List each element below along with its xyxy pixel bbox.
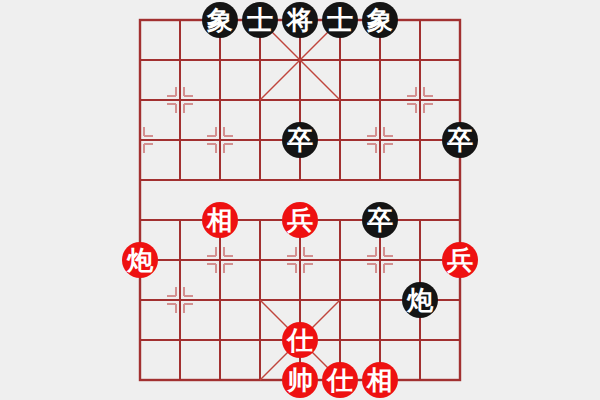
red-soldier[interactable]: 兵 xyxy=(442,242,478,278)
black-cannon[interactable]: 炮 xyxy=(402,282,438,318)
black-elephant[interactable]: 象 xyxy=(362,2,398,38)
red-elephant[interactable]: 相 xyxy=(202,202,238,238)
red-cannon[interactable]: 炮 xyxy=(122,242,158,278)
black-soldier[interactable]: 卒 xyxy=(282,122,318,158)
black-advisor[interactable]: 士 xyxy=(242,2,278,38)
red-general[interactable]: 帅 xyxy=(282,362,318,398)
xiangqi-app: 象士将士象卒卒相兵卒炮兵炮仕帅仕相 xyxy=(0,0,600,400)
red-advisor[interactable]: 仕 xyxy=(322,362,358,398)
black-advisor[interactable]: 士 xyxy=(322,2,358,38)
red-advisor[interactable]: 仕 xyxy=(282,322,318,358)
red-elephant[interactable]: 相 xyxy=(362,362,398,398)
black-soldier[interactable]: 卒 xyxy=(362,202,398,238)
black-soldier[interactable]: 卒 xyxy=(442,122,478,158)
pieces-layer: 象士将士象卒卒相兵卒炮兵炮仕帅仕相 xyxy=(0,0,600,400)
black-general[interactable]: 将 xyxy=(282,2,318,38)
red-soldier[interactable]: 兵 xyxy=(282,202,318,238)
black-elephant[interactable]: 象 xyxy=(202,2,238,38)
